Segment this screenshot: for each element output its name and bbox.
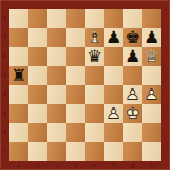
white-bishop[interactable]: ♝♗ — [85, 28, 104, 47]
square-f3[interactable]: ♟♙ — [104, 104, 123, 123]
white-pawn[interactable]: ♟♙ — [142, 85, 161, 104]
square-a3[interactable] — [9, 104, 28, 123]
square-a6[interactable] — [9, 47, 28, 66]
square-c4[interactable] — [47, 85, 66, 104]
white-king-outline: ♔ — [123, 104, 142, 123]
square-g4[interactable]: ♟♙ — [123, 85, 142, 104]
square-g6[interactable]: ♟ — [123, 47, 142, 66]
square-c8[interactable] — [47, 9, 66, 28]
white-queen[interactable]: ♛♕ — [142, 47, 161, 66]
rank-label-5: 5 — [0, 66, 9, 85]
rank-label-4: 4 — [0, 85, 9, 104]
square-g2[interactable] — [123, 123, 142, 142]
square-e6[interactable]: ♛ — [85, 47, 104, 66]
square-h7[interactable]: ♟ — [142, 28, 161, 47]
square-g1[interactable] — [123, 142, 142, 161]
rank-label-8: 8 — [0, 9, 9, 28]
square-d2[interactable] — [66, 123, 85, 142]
square-a8[interactable] — [9, 9, 28, 28]
black-rook-glyph: ♜ — [9, 66, 28, 85]
square-h6[interactable]: ♛♕ — [142, 47, 161, 66]
square-d3[interactable] — [66, 104, 85, 123]
square-f4[interactable] — [104, 85, 123, 104]
file-label-c: c — [47, 161, 66, 170]
square-b7[interactable] — [28, 28, 47, 47]
black-pawn-glyph: ♟ — [123, 47, 142, 66]
rank-label-2: 2 — [0, 123, 9, 142]
square-e4[interactable] — [85, 85, 104, 104]
square-a1[interactable] — [9, 142, 28, 161]
square-d4[interactable] — [66, 85, 85, 104]
square-d7[interactable] — [66, 28, 85, 47]
square-f5[interactable] — [104, 66, 123, 85]
chess-board-frame: ♝♗♟♚♟♛♟♛♕♜♟♙♟♙♟♙♚♔ abcdefgh87654321 — [0, 0, 170, 170]
square-f2[interactable] — [104, 123, 123, 142]
square-c3[interactable] — [47, 104, 66, 123]
white-pawn[interactable]: ♟♙ — [104, 104, 123, 123]
square-b5[interactable] — [28, 66, 47, 85]
white-pawn-outline: ♙ — [104, 104, 123, 123]
square-g8[interactable] — [123, 9, 142, 28]
board: ♝♗♟♚♟♛♟♛♕♜♟♙♟♙♟♙♚♔ — [9, 9, 161, 161]
square-h5[interactable] — [142, 66, 161, 85]
square-d5[interactable] — [66, 66, 85, 85]
square-b4[interactable] — [28, 85, 47, 104]
square-c6[interactable] — [47, 47, 66, 66]
file-label-a: a — [9, 161, 28, 170]
square-d1[interactable] — [66, 142, 85, 161]
square-b1[interactable] — [28, 142, 47, 161]
black-king[interactable]: ♚ — [123, 28, 142, 47]
square-a5[interactable]: ♜ — [9, 66, 28, 85]
file-label-f: f — [104, 161, 123, 170]
black-king-glyph: ♚ — [123, 28, 142, 47]
black-pawn[interactable]: ♟ — [104, 28, 123, 47]
square-c5[interactable] — [47, 66, 66, 85]
square-f6[interactable] — [104, 47, 123, 66]
file-label-g: g — [123, 161, 142, 170]
white-pawn-outline: ♙ — [123, 85, 142, 104]
square-e5[interactable] — [85, 66, 104, 85]
rank-label-6: 6 — [0, 47, 9, 66]
square-f7[interactable]: ♟ — [104, 28, 123, 47]
square-h4[interactable]: ♟♙ — [142, 85, 161, 104]
white-king[interactable]: ♚♔ — [123, 104, 142, 123]
square-g5[interactable] — [123, 66, 142, 85]
square-e3[interactable] — [85, 104, 104, 123]
white-bishop-outline: ♗ — [85, 28, 104, 47]
rank-label-1: 1 — [0, 142, 9, 161]
white-pawn[interactable]: ♟♙ — [123, 85, 142, 104]
rank-label-7: 7 — [0, 28, 9, 47]
file-label-d: d — [66, 161, 85, 170]
square-e1[interactable] — [85, 142, 104, 161]
square-c2[interactable] — [47, 123, 66, 142]
square-b3[interactable] — [28, 104, 47, 123]
square-c7[interactable] — [47, 28, 66, 47]
square-h1[interactable] — [142, 142, 161, 161]
square-e7[interactable]: ♝♗ — [85, 28, 104, 47]
rank-label-3: 3 — [0, 104, 9, 123]
file-label-b: b — [28, 161, 47, 170]
file-label-h: h — [142, 161, 161, 170]
square-d8[interactable] — [66, 9, 85, 28]
black-pawn-glyph: ♟ — [142, 28, 161, 47]
square-h2[interactable] — [142, 123, 161, 142]
square-b8[interactable] — [28, 9, 47, 28]
square-d6[interactable] — [66, 47, 85, 66]
square-e2[interactable] — [85, 123, 104, 142]
black-rook[interactable]: ♜ — [9, 66, 28, 85]
square-a2[interactable] — [9, 123, 28, 142]
square-g7[interactable]: ♚ — [123, 28, 142, 47]
file-label-e: e — [85, 161, 104, 170]
square-e8[interactable] — [85, 9, 104, 28]
square-b2[interactable] — [28, 123, 47, 142]
black-pawn-glyph: ♟ — [104, 28, 123, 47]
black-queen-glyph: ♛ — [85, 47, 104, 66]
square-c1[interactable] — [47, 142, 66, 161]
square-b6[interactable] — [28, 47, 47, 66]
square-h3[interactable] — [142, 104, 161, 123]
black-pawn[interactable]: ♟ — [142, 28, 161, 47]
square-h8[interactable] — [142, 9, 161, 28]
white-pawn-outline: ♙ — [142, 85, 161, 104]
square-a4[interactable] — [9, 85, 28, 104]
square-a7[interactable] — [9, 28, 28, 47]
black-queen[interactable]: ♛ — [85, 47, 104, 66]
square-f8[interactable] — [104, 9, 123, 28]
white-queen-outline: ♕ — [142, 47, 161, 66]
black-pawn[interactable]: ♟ — [123, 47, 142, 66]
square-g3[interactable]: ♚♔ — [123, 104, 142, 123]
square-f1[interactable] — [104, 142, 123, 161]
